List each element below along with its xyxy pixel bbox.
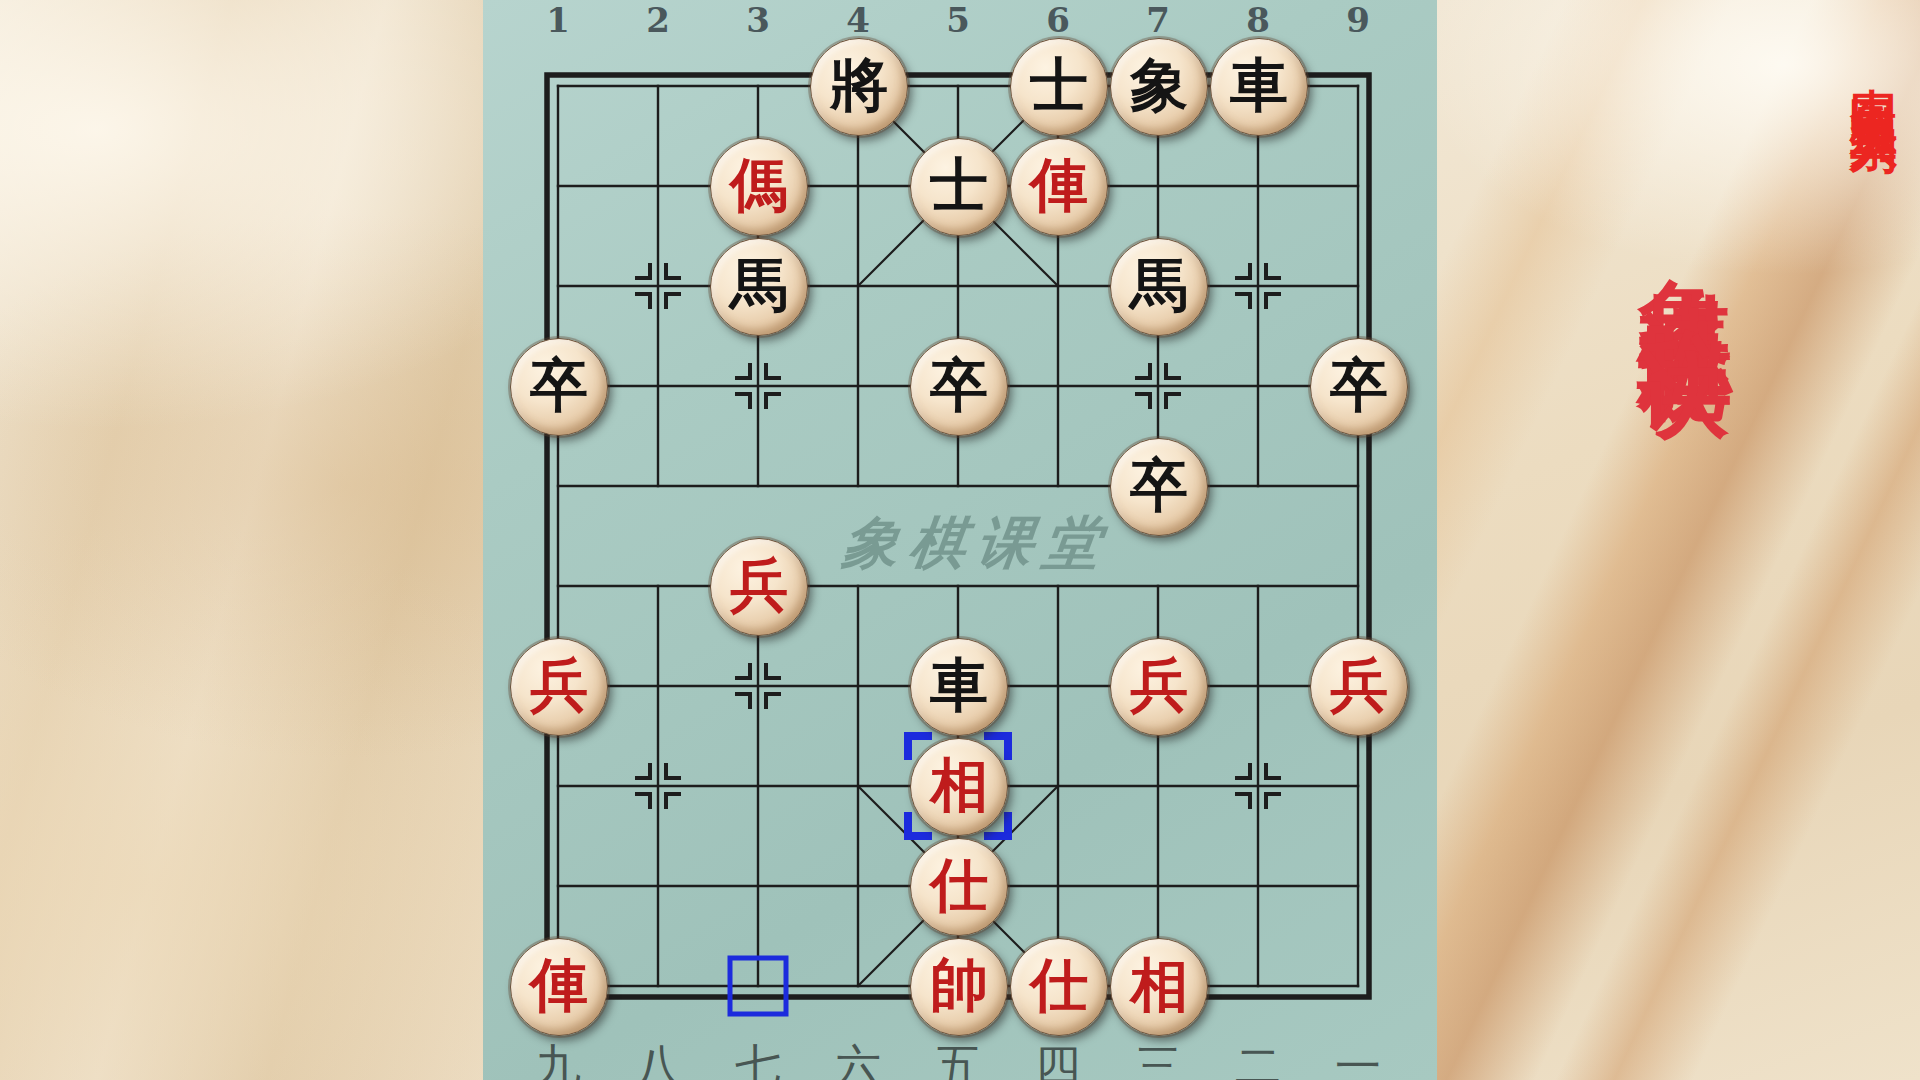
piece-glyph: 卒: [1130, 457, 1188, 517]
piece-glyph: 傌: [730, 157, 788, 217]
piece-glyph: 俥: [530, 957, 588, 1017]
piece-red-傌[interactable]: 傌: [710, 138, 808, 236]
piece-black-士[interactable]: 士: [1010, 38, 1108, 136]
series-title-vertical: 中国象棋宝典系列: [1843, 50, 1906, 98]
piece-red-兵[interactable]: 兵: [1110, 638, 1208, 736]
piece-glyph: 士: [1030, 57, 1088, 117]
piece-glyph: 卒: [530, 357, 588, 417]
piece-glyph: 相: [930, 757, 988, 817]
piece-glyph: 將: [830, 57, 888, 117]
piece-glyph: 相: [1130, 957, 1188, 1017]
piece-red-仕[interactable]: 仕: [910, 838, 1008, 936]
piece-glyph: 兵: [730, 557, 788, 617]
piece-red-俥[interactable]: 俥: [510, 938, 608, 1036]
piece-black-象[interactable]: 象: [1110, 38, 1208, 136]
piece-glyph: 卒: [1330, 357, 1388, 417]
piece-glyph: 士: [930, 157, 988, 217]
piece-glyph: 仕: [1030, 957, 1088, 1017]
piece-glyph: 馬: [730, 257, 788, 317]
piece-black-車[interactable]: 車: [910, 638, 1008, 736]
piece-black-車[interactable]: 車: [1210, 38, 1308, 136]
piece-black-士[interactable]: 士: [910, 138, 1008, 236]
piece-red-帥[interactable]: 帥: [910, 938, 1008, 1036]
piece-black-卒[interactable]: 卒: [1310, 338, 1408, 436]
xiangqi-board-panel: 象棋课堂 123456789 九八七六五四三二一 將士象車傌士俥馬馬卒卒卒卒兵兵…: [483, 0, 1437, 1080]
piece-red-相[interactable]: 相: [910, 738, 1008, 836]
main-title-vertical: 象棋速胜秘诀: [1622, 202, 1749, 286]
piece-black-卒[interactable]: 卒: [1110, 438, 1208, 536]
piece-glyph: 象: [1130, 57, 1188, 117]
piece-glyph: 兵: [530, 657, 588, 717]
piece-black-將[interactable]: 將: [810, 38, 908, 136]
piece-red-兵[interactable]: 兵: [510, 638, 608, 736]
piece-red-兵[interactable]: 兵: [1310, 638, 1408, 736]
piece-glyph: 兵: [1330, 657, 1388, 717]
piece-red-相[interactable]: 相: [1110, 938, 1208, 1036]
piece-black-馬[interactable]: 馬: [710, 238, 808, 336]
piece-glyph: 車: [1230, 57, 1288, 117]
piece-red-兵[interactable]: 兵: [710, 538, 808, 636]
piece-red-仕[interactable]: 仕: [1010, 938, 1108, 1036]
piece-glyph: 車: [930, 657, 988, 717]
piece-black-卒[interactable]: 卒: [510, 338, 608, 436]
marble-background-right: [1437, 0, 1920, 1080]
piece-glyph: 仕: [930, 857, 988, 917]
piece-glyph: 帥: [930, 957, 988, 1017]
piece-glyph: 馬: [1130, 257, 1188, 317]
piece-glyph: 兵: [1130, 657, 1188, 717]
piece-red-俥[interactable]: 俥: [1010, 138, 1108, 236]
piece-glyph: 卒: [930, 357, 988, 417]
piece-glyph: 俥: [1030, 157, 1088, 217]
piece-black-卒[interactable]: 卒: [910, 338, 1008, 436]
piece-black-馬[interactable]: 馬: [1110, 238, 1208, 336]
marble-background-left: [0, 0, 483, 1080]
pieces-layer: 將士象車傌士俥馬馬卒卒卒卒兵兵車兵兵相仕俥帥仕相: [483, 0, 1437, 1080]
